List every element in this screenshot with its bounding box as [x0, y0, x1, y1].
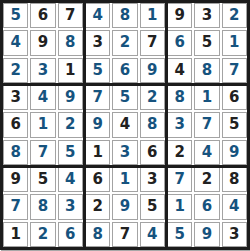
cell-r5c7[interactable]: 3 — [167, 112, 192, 137]
cell-r6c1[interactable]: 8 — [3, 140, 28, 165]
cell-r2c4[interactable]: 3 — [85, 30, 110, 55]
cell-r7c9[interactable]: 8 — [222, 167, 247, 192]
sudoku-page: 5674819324983276512315694873497528166129… — [0, 0, 250, 251]
cell-r6c9[interactable]: 9 — [222, 140, 247, 165]
cell-r2c7[interactable]: 6 — [167, 30, 192, 55]
cell-r7c8[interactable]: 2 — [194, 167, 219, 192]
cell-r3c4[interactable]: 5 — [85, 58, 110, 83]
cell-r3c7[interactable]: 4 — [167, 58, 192, 83]
cell-r1c7[interactable]: 9 — [167, 3, 192, 28]
cell-r6c4[interactable]: 1 — [85, 140, 110, 165]
cell-r5c2[interactable]: 1 — [30, 112, 55, 137]
cell-r4c4[interactable]: 7 — [85, 85, 110, 110]
cell-r8c3[interactable]: 3 — [58, 194, 83, 219]
cell-r1c1[interactable]: 5 — [3, 3, 28, 28]
cell-r5c3[interactable]: 2 — [58, 112, 83, 137]
cell-r5c5[interactable]: 4 — [112, 112, 137, 137]
cell-r3c1[interactable]: 2 — [3, 58, 28, 83]
cell-r2c5[interactable]: 2 — [112, 30, 137, 55]
cell-r7c1[interactable]: 9 — [3, 167, 28, 192]
cell-r3c3[interactable]: 1 — [58, 58, 83, 83]
cell-r8c7[interactable]: 1 — [167, 194, 192, 219]
cell-r1c4[interactable]: 4 — [85, 3, 110, 28]
cell-r4c7[interactable]: 8 — [167, 85, 192, 110]
cell-r9c7[interactable]: 5 — [167, 222, 192, 247]
cell-r6c2[interactable]: 7 — [30, 140, 55, 165]
cell-r8c5[interactable]: 9 — [112, 194, 137, 219]
cell-r1c8[interactable]: 3 — [194, 3, 219, 28]
cell-r6c8[interactable]: 4 — [194, 140, 219, 165]
cell-r7c4[interactable]: 6 — [85, 167, 110, 192]
cell-r9c4[interactable]: 8 — [85, 222, 110, 247]
cell-r2c9[interactable]: 1 — [222, 30, 247, 55]
cell-r4c9[interactable]: 6 — [222, 85, 247, 110]
cell-r3c8[interactable]: 8 — [194, 58, 219, 83]
cell-r6c3[interactable]: 5 — [58, 140, 83, 165]
cell-r6c7[interactable]: 2 — [167, 140, 192, 165]
cell-r4c3[interactable]: 9 — [58, 85, 83, 110]
cell-r2c6[interactable]: 7 — [140, 30, 165, 55]
cell-r5c4[interactable]: 9 — [85, 112, 110, 137]
cell-r1c2[interactable]: 6 — [30, 3, 55, 28]
cell-r9c3[interactable]: 6 — [58, 222, 83, 247]
cell-r1c5[interactable]: 8 — [112, 3, 137, 28]
cell-r7c5[interactable]: 1 — [112, 167, 137, 192]
cell-r7c2[interactable]: 5 — [30, 167, 55, 192]
cell-r8c6[interactable]: 5 — [140, 194, 165, 219]
cell-r5c8[interactable]: 7 — [194, 112, 219, 137]
cell-r4c1[interactable]: 3 — [3, 85, 28, 110]
cell-r7c7[interactable]: 7 — [167, 167, 192, 192]
cell-r5c9[interactable]: 5 — [222, 112, 247, 137]
cell-r8c4[interactable]: 2 — [85, 194, 110, 219]
cell-r3c6[interactable]: 9 — [140, 58, 165, 83]
cell-r1c6[interactable]: 1 — [140, 3, 165, 28]
cell-r3c5[interactable]: 6 — [112, 58, 137, 83]
cell-r4c8[interactable]: 1 — [194, 85, 219, 110]
cell-r9c1[interactable]: 1 — [3, 222, 28, 247]
cell-r2c8[interactable]: 5 — [194, 30, 219, 55]
cell-r2c2[interactable]: 9 — [30, 30, 55, 55]
cell-r9c6[interactable]: 4 — [140, 222, 165, 247]
cell-r3c2[interactable]: 3 — [30, 58, 55, 83]
cell-r2c1[interactable]: 4 — [3, 30, 28, 55]
cell-r1c3[interactable]: 7 — [58, 3, 83, 28]
cell-r4c5[interactable]: 5 — [112, 85, 137, 110]
cell-r1c9[interactable]: 2 — [222, 3, 247, 28]
cell-r8c8[interactable]: 6 — [194, 194, 219, 219]
cell-r5c1[interactable]: 6 — [3, 112, 28, 137]
cell-r8c9[interactable]: 4 — [222, 194, 247, 219]
sudoku-board: 5674819324983276512315694873497528166129… — [0, 0, 250, 250]
cell-r4c2[interactable]: 4 — [30, 85, 55, 110]
cell-r5c6[interactable]: 8 — [140, 112, 165, 137]
cell-r3c9[interactable]: 7 — [222, 58, 247, 83]
cell-r9c9[interactable]: 3 — [222, 222, 247, 247]
cell-r2c3[interactable]: 8 — [58, 30, 83, 55]
cell-r6c5[interactable]: 3 — [112, 140, 137, 165]
cell-r9c5[interactable]: 7 — [112, 222, 137, 247]
cell-r4c6[interactable]: 2 — [140, 85, 165, 110]
cell-r7c6[interactable]: 3 — [140, 167, 165, 192]
cell-r9c2[interactable]: 2 — [30, 222, 55, 247]
cell-r8c1[interactable]: 7 — [3, 194, 28, 219]
cell-r6c6[interactable]: 6 — [140, 140, 165, 165]
cell-r8c2[interactable]: 8 — [30, 194, 55, 219]
cell-r7c3[interactable]: 4 — [58, 167, 83, 192]
cell-r9c8[interactable]: 9 — [194, 222, 219, 247]
